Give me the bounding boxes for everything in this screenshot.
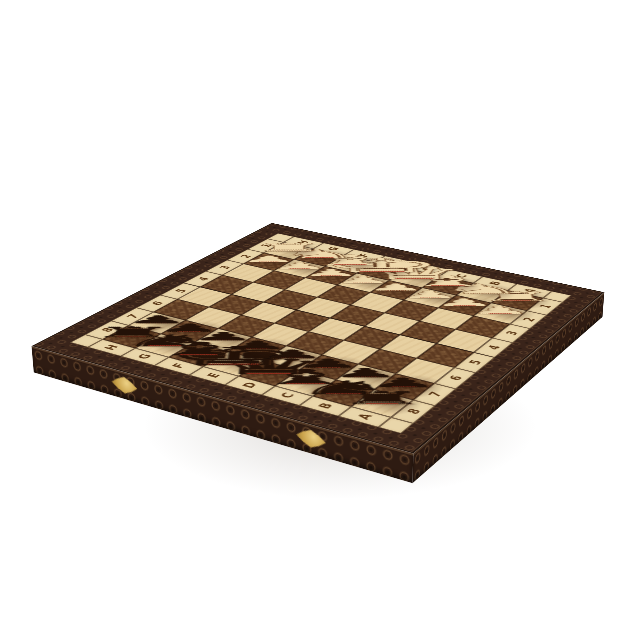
piece-shadow (338, 359, 418, 394)
coord-rank-left-4: 4 (474, 338, 513, 358)
pawn-glyph: ♟ (369, 376, 440, 389)
square-d5 (309, 318, 365, 340)
square-c7 (299, 355, 358, 380)
coord-corner-cell (378, 417, 413, 433)
coord-rank-left-8: 8 (391, 400, 435, 423)
square-c6 (322, 340, 380, 364)
piece-shadow (205, 347, 286, 380)
coord-rank-left-7: 7 (413, 383, 456, 405)
bishop-glyph: ♝ (251, 367, 360, 387)
square-a7 (374, 374, 434, 400)
square-b7 (336, 364, 396, 390)
brass-clasp-icon (111, 373, 137, 397)
piece-shadow (315, 375, 398, 411)
coord-file-top-e: E (189, 367, 239, 385)
piece-shadow (277, 365, 359, 400)
scene: ABCDEFGHABCDEFGH8765432187654321 ♜♞♝♛♚♝♞… (122, 110, 538, 526)
piece-shadow (241, 356, 322, 390)
square-b4 (400, 321, 455, 343)
coord-file-top-h: H (88, 339, 135, 356)
square-a5 (417, 343, 474, 367)
square-f6 (218, 315, 274, 337)
pawn-glyph: ♟ (295, 357, 363, 369)
queen-glyph: ♛ (207, 355, 331, 377)
coord-file-top-c: C (262, 386, 313, 406)
piece-shadow (353, 385, 436, 422)
coord-rank-left-3: 3 (492, 324, 530, 343)
knight-glyph: ♞ (294, 378, 393, 396)
coord-corner-cell (70, 335, 102, 348)
square-d8 (239, 361, 299, 386)
square-b6 (358, 349, 416, 374)
king-glyph: ♚ (160, 343, 306, 369)
coord-rank-left-5: 5 (455, 352, 495, 372)
pawn-glyph: ♟ (332, 367, 401, 380)
square-a6 (396, 358, 455, 383)
square-b5 (380, 335, 437, 358)
coord-file-top-f: F (154, 357, 203, 375)
square-a3 (455, 316, 510, 338)
coord-rank-left-6: 6 (434, 368, 476, 389)
coord-file-top-b: B (299, 396, 351, 416)
coord-file-top-g: G (121, 348, 169, 365)
square-c8 (275, 370, 336, 396)
square-a4 (436, 329, 492, 352)
piece-shadow (376, 369, 457, 405)
square-c5 (344, 326, 400, 349)
square-a8 (351, 390, 413, 418)
coord-file-top-d: D (225, 376, 275, 395)
photo-stage: ABCDEFGHABCDEFGH8765432187654321 ♜♞♝♛♚♝♞… (0, 0, 630, 630)
rook-glyph: ♜ (337, 389, 429, 406)
brass-clasp-icon (296, 426, 326, 452)
square-b8 (313, 380, 374, 407)
coord-file-top-a: A (338, 407, 391, 428)
